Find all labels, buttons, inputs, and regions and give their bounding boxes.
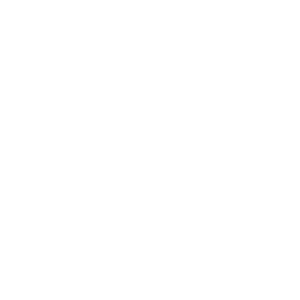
product-image [0,0,300,300]
wear-plate-render [0,0,300,300]
